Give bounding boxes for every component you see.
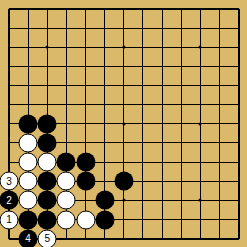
board-intersection[interactable] [210,95,229,114]
grid-line-vertical [219,191,220,210]
board-intersection[interactable] [38,57,57,76]
board-intersection[interactable] [210,19,229,38]
board-intersection[interactable] [0,229,19,247]
board-intersection[interactable] [95,133,114,152]
white-stone [57,210,76,229]
grid-line-vertical [142,76,143,95]
black-stone [38,191,57,210]
grid-line-vertical [66,76,67,95]
board-intersection[interactable] [19,210,38,229]
board-intersection[interactable] [191,172,210,191]
board-intersection[interactable] [19,0,38,19]
grid-line-vertical [123,153,124,172]
grid-line-vertical [142,133,143,152]
board-intersection[interactable] [0,57,19,76]
board-intersection[interactable] [153,114,172,133]
white-stone [57,172,76,191]
grid-line-vertical [66,133,67,152]
grid-line-vertical [66,114,67,133]
star-point [199,122,202,125]
board-intersection[interactable] [210,153,229,172]
grid-line-vertical [238,76,240,95]
board-intersection[interactable] [210,114,229,133]
board-intersection[interactable] [172,153,191,172]
grid-line-vertical [162,191,163,210]
grid-line-vertical [123,76,124,95]
grid-line-vertical [104,9,105,19]
grid-line-vertical [8,19,10,38]
grid-line-vertical [181,38,182,57]
grid-line-vertical [200,9,201,19]
grid-line-vertical [238,57,240,76]
board-intersection[interactable] [114,153,133,172]
grid-line-vertical [85,19,86,38]
grid-line-vertical [181,57,182,76]
grid-line-vertical [123,133,124,152]
grid-line-vertical [238,95,240,114]
board-intersection[interactable] [133,95,152,114]
grid-line-vertical [85,38,86,57]
board-intersection[interactable] [191,57,210,76]
board-intersection[interactable] [172,191,191,210]
black-stone [114,172,133,191]
board-intersection[interactable]: 4 [19,229,38,247]
board-intersection[interactable] [0,95,19,114]
board-intersection[interactable] [133,153,152,172]
grid-line-vertical [219,210,220,229]
board-intersection[interactable] [210,172,229,191]
board-intersection[interactable] [133,76,152,95]
board-intersection[interactable] [114,0,133,19]
board-intersection[interactable] [114,76,133,95]
grid-line-vertical [181,76,182,95]
grid-line-vertical [162,19,163,38]
board-intersection[interactable] [38,153,57,172]
grid-line-vertical [8,38,10,57]
grid-line-vertical [162,210,163,229]
grid-line-vertical [28,76,29,95]
grid-line-vertical [181,114,182,133]
grid-line-vertical [8,95,10,114]
board-intersection[interactable] [229,229,247,247]
grid-line-vertical [85,95,86,114]
board-intersection[interactable] [76,210,95,229]
star-point [199,46,202,49]
board-intersection[interactable] [76,57,95,76]
grid-line-horizontal [9,66,19,67]
board-intersection[interactable] [229,172,247,191]
move-3-stone: 3 [0,172,18,191]
board-intersection[interactable] [172,76,191,95]
board-intersection[interactable] [19,114,38,133]
board-intersection[interactable] [191,76,210,95]
board-intersection[interactable] [133,0,152,19]
grid-line-vertical [66,57,67,76]
board-intersection[interactable] [172,19,191,38]
board-intersection[interactable] [229,133,247,152]
grid-line-vertical [142,210,143,229]
grid-line-vertical [85,191,86,210]
board-intersection[interactable] [153,95,172,114]
board-intersection[interactable] [114,172,133,191]
grid-line-vertical [219,133,220,152]
board-intersection[interactable] [95,19,114,38]
board-intersection[interactable] [0,114,19,133]
board-intersection[interactable] [229,153,247,172]
board-intersection[interactable] [153,210,172,229]
grid-line-vertical [162,153,163,172]
board-intersection[interactable] [191,0,210,19]
grid-line-vertical [181,9,182,19]
board-intersection[interactable] [133,133,152,152]
board-intersection[interactable] [76,191,95,210]
board-intersection[interactable] [172,172,191,191]
board-intersection[interactable] [191,19,210,38]
board-intersection[interactable]: 1 [0,210,19,229]
board-intersection[interactable] [114,95,133,114]
grid-line-vertical [123,19,124,38]
black-stone [95,191,114,210]
board-intersection[interactable] [57,76,76,95]
board-intersection[interactable] [191,210,210,229]
board-intersection[interactable] [133,38,152,57]
move-4-stone: 4 [19,229,38,247]
grid-line-vertical [47,76,48,95]
grid-line-vertical [238,133,240,152]
board-intersection[interactable] [153,38,172,57]
board-intersection[interactable] [172,229,191,247]
board-intersection[interactable] [19,172,38,191]
grid-line-vertical [142,9,143,19]
board-grid: 32145 [0,0,247,247]
board-intersection[interactable] [38,38,57,57]
board-intersection[interactable] [57,133,76,152]
board-intersection[interactable] [19,76,38,95]
board-intersection[interactable] [95,191,114,210]
black-stone [57,153,76,172]
board-intersection[interactable] [38,133,57,152]
board-intersection[interactable] [95,229,114,247]
board-intersection[interactable] [76,38,95,57]
grid-line-vertical [142,57,143,76]
board-intersection[interactable] [210,57,229,76]
board-intersection[interactable] [153,191,172,210]
board-intersection[interactable] [210,210,229,229]
white-stone [19,133,38,152]
white-stone [19,191,38,210]
grid-line-vertical [238,19,240,38]
board-intersection[interactable] [76,19,95,38]
board-intersection[interactable] [38,95,57,114]
grid-line-vertical [200,172,201,191]
board-intersection[interactable] [57,191,76,210]
grid-line-vertical [200,57,201,76]
board-intersection[interactable] [229,95,247,114]
board-intersection[interactable] [153,153,172,172]
grid-line-vertical [200,210,201,229]
grid-line-vertical [47,95,48,114]
board-intersection[interactable] [19,38,38,57]
grid-line-vertical [162,57,163,76]
board-intersection[interactable] [95,38,114,57]
board-intersection[interactable] [133,57,152,76]
grid-line-vertical [162,172,163,191]
board-intersection[interactable] [57,57,76,76]
board-intersection[interactable] [153,19,172,38]
board-intersection[interactable] [76,0,95,19]
board-intersection[interactable] [57,210,76,229]
grid-line-vertical [181,153,182,172]
move-2-stone: 2 [0,191,18,210]
board-intersection[interactable] [38,114,57,133]
board-intersection[interactable] [229,38,247,57]
grid-line-vertical [85,229,86,239]
board-intersection[interactable] [95,0,114,19]
grid-line-vertical [28,19,29,38]
board-intersection[interactable] [38,19,57,38]
grid-line-horizontal [9,8,19,10]
white-stone [38,153,57,172]
board-intersection[interactable] [229,191,247,210]
board-intersection[interactable] [114,38,133,57]
board-intersection[interactable] [95,172,114,191]
board-intersection[interactable] [76,172,95,191]
black-stone [38,172,57,191]
grid-line-vertical [85,57,86,76]
grid-line-vertical [219,95,220,114]
board-intersection[interactable] [114,19,133,38]
board-intersection[interactable] [76,95,95,114]
board-intersection[interactable] [114,57,133,76]
board-intersection[interactable] [19,191,38,210]
board-intersection[interactable] [210,191,229,210]
board-intersection[interactable] [114,210,133,229]
board-intersection[interactable] [0,153,19,172]
board-intersection[interactable] [229,76,247,95]
grid-line-vertical [104,114,105,133]
board-intersection[interactable] [0,133,19,152]
board-intersection[interactable] [153,133,172,152]
board-intersection[interactable] [57,38,76,57]
grid-line-vertical [181,191,182,210]
board-intersection[interactable] [76,229,95,247]
board-intersection[interactable] [133,191,152,210]
board-intersection[interactable] [191,95,210,114]
board-intersection[interactable] [172,57,191,76]
board-intersection[interactable] [133,114,152,133]
black-stone [76,153,95,172]
board-intersection[interactable] [191,133,210,152]
board-intersection[interactable] [172,210,191,229]
grid-line-horizontal [9,104,19,105]
grid-line-vertical [66,95,67,114]
board-intersection[interactable] [57,0,76,19]
grid-line-vertical [104,19,105,38]
grid-line-vertical [8,9,10,19]
board-intersection[interactable] [172,38,191,57]
board-intersection[interactable] [191,229,210,247]
board-intersection[interactable] [95,95,114,114]
board-intersection[interactable] [76,114,95,133]
board-intersection[interactable] [0,0,19,19]
grid-line-vertical [162,76,163,95]
grid-line-horizontal [9,123,19,124]
board-intersection[interactable] [19,57,38,76]
board-intersection[interactable] [229,0,247,19]
board-intersection[interactable] [191,153,210,172]
board-intersection[interactable] [38,210,57,229]
grid-line-vertical [47,57,48,76]
grid-line-vertical [66,229,67,239]
board-intersection[interactable] [95,153,114,172]
grid-line-horizontal [9,162,19,163]
grid-line-vertical [200,76,201,95]
grid-line-vertical [123,210,124,229]
grid-line-vertical [142,229,143,239]
grid-line-vertical [162,114,163,133]
board-intersection[interactable] [76,153,95,172]
board-intersection[interactable] [95,114,114,133]
board-intersection[interactable] [153,229,172,247]
grid-line-vertical [219,76,220,95]
board-intersection[interactable] [153,0,172,19]
board-intersection[interactable] [210,38,229,57]
white-stone [57,191,76,210]
grid-line-vertical [181,210,182,229]
board-intersection[interactable] [229,19,247,38]
grid-line-vertical [181,172,182,191]
board-intersection[interactable] [191,38,210,57]
board-intersection[interactable] [19,19,38,38]
board-intersection[interactable]: 3 [0,172,19,191]
board-intersection[interactable] [95,76,114,95]
grid-line-vertical [123,9,124,19]
board-intersection[interactable] [95,57,114,76]
grid-line-vertical [238,38,240,57]
grid-line-vertical [219,57,220,76]
board-intersection[interactable] [0,38,19,57]
grid-line-horizontal [9,238,19,240]
board-intersection[interactable] [0,76,19,95]
grid-line-vertical [85,76,86,95]
grid-line-vertical [104,153,105,172]
grid-line-vertical [47,19,48,38]
board-intersection[interactable] [210,0,229,19]
grid-line-vertical [219,172,220,191]
board-intersection[interactable] [229,210,247,229]
board-intersection[interactable] [172,0,191,19]
board-intersection[interactable] [19,153,38,172]
grid-line-vertical [181,19,182,38]
grid-line-vertical [142,19,143,38]
board-intersection[interactable] [172,114,191,133]
grid-line-vertical [200,153,201,172]
board-intersection[interactable] [229,114,247,133]
grid-line-vertical [8,133,10,152]
board-intersection[interactable] [133,172,152,191]
grid-line-vertical [104,76,105,95]
grid-line-vertical [238,210,240,229]
grid-line-vertical [104,172,105,191]
grid-line-vertical [28,38,29,57]
board-intersection[interactable] [133,19,152,38]
move-5-stone: 5 [38,229,57,247]
board-intersection[interactable] [172,133,191,152]
board-intersection[interactable] [210,76,229,95]
grid-line-horizontal [9,85,19,86]
board-intersection[interactable] [76,76,95,95]
black-stone [38,210,57,229]
board-intersection[interactable] [19,133,38,152]
board-intersection[interactable]: 2 [0,191,19,210]
board-intersection[interactable] [57,153,76,172]
board-intersection[interactable] [57,19,76,38]
board-intersection[interactable] [229,57,247,76]
board-intersection[interactable] [95,210,114,229]
board-intersection[interactable] [57,229,76,247]
board-intersection[interactable] [114,133,133,152]
grid-line-vertical [162,229,163,239]
grid-line-vertical [66,38,67,57]
board-intersection[interactable] [133,210,152,229]
grid-line-vertical [8,114,10,133]
black-stone [38,114,57,133]
grid-line-vertical [142,191,143,210]
board-intersection[interactable] [38,0,57,19]
black-stone [19,114,38,133]
board-intersection[interactable] [38,172,57,191]
grid-line-horizontal [9,142,19,143]
black-stone [38,133,57,152]
white-stone [19,153,38,172]
grid-line-horizontal [9,28,19,29]
board-intersection[interactable] [153,76,172,95]
board-intersection[interactable] [38,191,57,210]
grid-line-vertical [181,229,182,239]
grid-line-vertical [200,95,201,114]
board-intersection[interactable] [57,172,76,191]
grid-line-vertical [219,114,220,133]
board-intersection[interactable] [191,114,210,133]
board-intersection[interactable]: 5 [38,229,57,247]
board-intersection[interactable] [57,114,76,133]
grid-line-vertical [219,9,220,19]
board-intersection[interactable] [191,191,210,210]
board-intersection[interactable] [114,191,133,210]
grid-line-vertical [200,19,201,38]
grid-line-vertical [85,114,86,133]
grid-line-vertical [219,153,220,172]
board-intersection[interactable] [57,95,76,114]
board-intersection[interactable] [76,133,95,152]
board-intersection[interactable] [210,133,229,152]
grid-line-vertical [238,229,240,239]
board-intersection[interactable] [19,95,38,114]
board-intersection[interactable] [38,76,57,95]
grid-line-vertical [66,19,67,38]
board-intersection[interactable] [114,229,133,247]
board-intersection[interactable] [153,57,172,76]
board-intersection[interactable] [0,19,19,38]
grid-line-vertical [200,133,201,152]
star-point [122,199,125,202]
board-intersection[interactable] [172,95,191,114]
board-intersection[interactable] [153,172,172,191]
board-intersection[interactable] [210,229,229,247]
grid-line-vertical [238,153,240,172]
board-intersection[interactable] [114,114,133,133]
board-intersection[interactable] [133,229,152,247]
